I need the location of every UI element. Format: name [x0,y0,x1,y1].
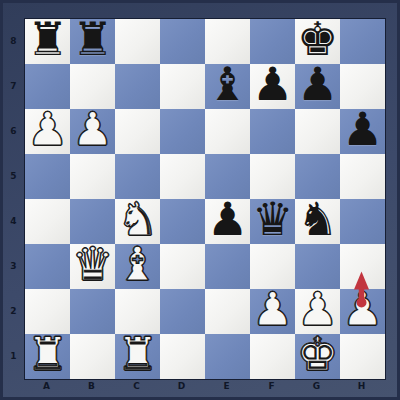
square-g1[interactable]: ♚ [295,334,340,379]
square-c6[interactable] [115,109,160,154]
square-b5[interactable] [70,154,115,199]
piece-black-knight[interactable]: ♞ [297,197,338,242]
piece-black-pawn[interactable]: ♟ [207,197,248,242]
square-f4[interactable]: ♛ [250,199,295,244]
rank-label-1: 1 [3,333,24,378]
square-b1[interactable] [70,334,115,379]
piece-white-pawn[interactable]: ♟ [252,287,293,332]
square-d2[interactable] [160,289,205,334]
piece-white-pawn[interactable]: ♟ [297,287,338,332]
file-label-h: H [339,381,384,395]
square-a3[interactable] [25,244,70,289]
square-c8[interactable] [115,19,160,64]
square-b8[interactable]: ♜ [70,19,115,64]
square-h4[interactable] [340,199,385,244]
chess-board: ♜♜♚♝♟♟♟♟♟♞♟♛♞♛♝♟♟♟♜♜♚ [24,18,386,380]
rank-label-2: 2 [3,288,24,333]
square-g7[interactable]: ♟ [295,64,340,109]
piece-white-pawn[interactable]: ♟ [342,287,383,332]
piece-white-pawn[interactable]: ♟ [27,107,68,152]
square-b6[interactable]: ♟ [70,109,115,154]
square-d8[interactable] [160,19,205,64]
piece-black-queen[interactable]: ♛ [252,197,293,242]
file-label-e: E [204,381,249,395]
square-h5[interactable] [340,154,385,199]
square-a1[interactable]: ♜ [25,334,70,379]
square-a8[interactable]: ♜ [25,19,70,64]
file-label-g: G [294,381,339,395]
square-a6[interactable]: ♟ [25,109,70,154]
square-e4[interactable]: ♟ [205,199,250,244]
piece-black-rook[interactable]: ♜ [27,17,68,62]
rank-label-4: 4 [3,198,24,243]
square-h1[interactable] [340,334,385,379]
square-h2[interactable]: ♟ [340,289,385,334]
rank-label-6: 6 [3,108,24,153]
rank-label-3: 3 [3,243,24,288]
file-label-b: B [69,381,114,395]
square-c1[interactable]: ♜ [115,334,160,379]
square-g4[interactable]: ♞ [295,199,340,244]
file-label-c: C [114,381,159,395]
piece-black-rook[interactable]: ♜ [72,17,113,62]
square-e7[interactable]: ♝ [205,64,250,109]
file-label-f: F [249,381,294,395]
square-e1[interactable] [205,334,250,379]
piece-white-pawn[interactable]: ♟ [72,107,113,152]
square-e2[interactable] [205,289,250,334]
square-f7[interactable]: ♟ [250,64,295,109]
square-g6[interactable] [295,109,340,154]
square-e6[interactable] [205,109,250,154]
piece-white-queen[interactable]: ♛ [72,242,113,287]
file-labels: ABCDEFGH [24,381,386,397]
rank-label-7: 7 [3,63,24,108]
square-d5[interactable] [160,154,205,199]
piece-black-king[interactable]: ♚ [297,17,338,62]
piece-white-knight[interactable]: ♞ [117,197,158,242]
piece-black-bishop[interactable]: ♝ [207,62,248,107]
square-d3[interactable] [160,244,205,289]
file-label-a: A [24,381,69,395]
piece-black-pawn[interactable]: ♟ [252,62,293,107]
chess-board-frame: 87654321 ♜♜♚♝♟♟♟♟♟♞♟♛♞♛♝♟♟♟♜♜♚ ABCDEFGH [0,0,400,400]
square-b2[interactable] [70,289,115,334]
square-b3[interactable]: ♛ [70,244,115,289]
piece-white-bishop[interactable]: ♝ [117,242,158,287]
piece-white-rook[interactable]: ♜ [117,332,158,377]
square-h6[interactable]: ♟ [340,109,385,154]
square-f2[interactable]: ♟ [250,289,295,334]
rank-labels: 87654321 [3,18,24,380]
square-d7[interactable] [160,64,205,109]
square-f1[interactable] [250,334,295,379]
square-c3[interactable]: ♝ [115,244,160,289]
square-e3[interactable] [205,244,250,289]
square-d1[interactable] [160,334,205,379]
file-label-d: D [159,381,204,395]
square-f6[interactable] [250,109,295,154]
piece-black-pawn[interactable]: ♟ [297,62,338,107]
square-c7[interactable] [115,64,160,109]
square-d4[interactable] [160,199,205,244]
rank-label-8: 8 [3,18,24,63]
square-d6[interactable] [160,109,205,154]
square-a5[interactable] [25,154,70,199]
square-h8[interactable] [340,19,385,64]
rank-label-5: 5 [3,153,24,198]
piece-white-rook[interactable]: ♜ [27,332,68,377]
square-a4[interactable] [25,199,70,244]
piece-white-king[interactable]: ♚ [297,332,338,377]
piece-black-pawn[interactable]: ♟ [342,107,383,152]
